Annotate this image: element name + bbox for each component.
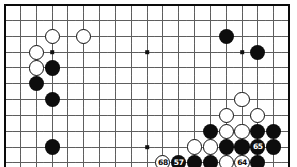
intersection-c7-r8 bbox=[92, 108, 108, 124]
white-stone bbox=[219, 108, 234, 123]
intersection-c9-r8 bbox=[123, 108, 139, 124]
black-stone bbox=[29, 76, 44, 91]
intersection-c9-r7 bbox=[123, 92, 139, 108]
go-board: 65685764 bbox=[0, 0, 296, 167]
intersection-c8-r10 bbox=[108, 139, 124, 155]
intersection-c12-r7 bbox=[171, 92, 187, 108]
white-stone: 68 bbox=[155, 155, 170, 167]
black-stone bbox=[250, 124, 265, 139]
intersection-c5-r6 bbox=[60, 76, 76, 92]
intersection-c4-r2 bbox=[44, 13, 60, 29]
move-number: 57 bbox=[174, 159, 184, 167]
intersection-c2-r11 bbox=[13, 155, 29, 167]
intersection-c16-r5 bbox=[234, 60, 250, 76]
intersection-c9-r3 bbox=[123, 28, 139, 44]
intersection-c14-r7 bbox=[202, 92, 218, 108]
intersection-c4-r11 bbox=[44, 155, 60, 167]
intersection-c18-r6 bbox=[266, 76, 282, 92]
intersection-c6-r3 bbox=[76, 28, 92, 44]
black-stone bbox=[266, 124, 281, 139]
intersection-c3-r6 bbox=[28, 76, 44, 92]
intersection-c18-r10 bbox=[266, 139, 282, 155]
intersection-c4-r3 bbox=[44, 28, 60, 44]
intersection-c12-r9 bbox=[171, 123, 187, 139]
intersection-c14-r3 bbox=[202, 28, 218, 44]
intersection-c15-r2 bbox=[218, 13, 234, 29]
intersection-c3-r7 bbox=[28, 92, 44, 108]
move-number: 64 bbox=[237, 159, 247, 167]
star-point bbox=[50, 50, 54, 54]
intersection-c11-r8 bbox=[155, 108, 171, 124]
intersection-c10-r7 bbox=[139, 92, 155, 108]
intersection-c6-r6 bbox=[76, 76, 92, 92]
intersection-c12-r5 bbox=[171, 60, 187, 76]
intersection-c12-r11: 57 bbox=[171, 155, 187, 167]
intersection-c18-r4 bbox=[266, 44, 282, 60]
intersection-c10-r4 bbox=[139, 44, 155, 60]
intersection-c4-r8 bbox=[44, 108, 60, 124]
intersection-c6-r5 bbox=[76, 60, 92, 76]
intersection-c14-r6 bbox=[202, 76, 218, 92]
black-stone bbox=[45, 139, 60, 154]
intersection-c8-r6 bbox=[108, 76, 124, 92]
intersection-c6-r9 bbox=[76, 123, 92, 139]
black-stone bbox=[219, 29, 234, 44]
white-stone bbox=[29, 45, 44, 60]
black-stone bbox=[45, 60, 60, 75]
intersection-c18-r3 bbox=[266, 28, 282, 44]
intersection-c10-r2 bbox=[139, 13, 155, 29]
black-stone bbox=[203, 124, 218, 139]
intersection-c9-r4 bbox=[123, 44, 139, 60]
intersection-c14-r9 bbox=[202, 123, 218, 139]
intersection-c10-r8 bbox=[139, 108, 155, 124]
white-stone bbox=[29, 60, 44, 75]
intersection-c7-r5 bbox=[92, 60, 108, 76]
intersection-c5-r8 bbox=[60, 108, 76, 124]
white-stone bbox=[76, 29, 91, 44]
intersection-c13-r3 bbox=[187, 28, 203, 44]
intersection-c9-r11 bbox=[123, 155, 139, 167]
intersection-c11-r2 bbox=[155, 13, 171, 29]
intersection-c8-r5 bbox=[108, 60, 124, 76]
intersection-c13-r8 bbox=[187, 108, 203, 124]
intersection-c14-r10 bbox=[202, 139, 218, 155]
intersection-c8-r8 bbox=[108, 108, 124, 124]
intersection-c12-r4 bbox=[171, 44, 187, 60]
intersection-c2-r3 bbox=[13, 28, 29, 44]
intersection-c3-r8 bbox=[28, 108, 44, 124]
intersection-c7-r6 bbox=[92, 76, 108, 92]
black-stone bbox=[45, 92, 60, 107]
intersection-c10-r3 bbox=[139, 28, 155, 44]
intersection-c15-r9 bbox=[218, 123, 234, 139]
black-stone bbox=[250, 155, 265, 167]
board-crop-mask-top bbox=[0, 0, 296, 4]
white-stone bbox=[45, 29, 60, 44]
intersection-c6-r2 bbox=[76, 13, 92, 29]
black-stone bbox=[187, 155, 202, 167]
intersection-c7-r11 bbox=[92, 155, 108, 167]
intersection-c4-r6 bbox=[44, 76, 60, 92]
intersection-c4-r5 bbox=[44, 60, 60, 76]
intersection-c7-r10 bbox=[92, 139, 108, 155]
intersection-c14-r5 bbox=[202, 60, 218, 76]
intersection-c17-r11 bbox=[250, 155, 266, 167]
star-point bbox=[240, 50, 244, 54]
intersection-c18-r8 bbox=[266, 108, 282, 124]
intersection-c15-r11 bbox=[218, 155, 234, 167]
intersection-c8-r11 bbox=[108, 155, 124, 167]
intersection-c8-r9 bbox=[108, 123, 124, 139]
white-stone bbox=[234, 92, 249, 107]
intersection-c5-r5 bbox=[60, 60, 76, 76]
intersection-c11-r10 bbox=[155, 139, 171, 155]
intersection-c15-r5 bbox=[218, 60, 234, 76]
intersection-c16-r3 bbox=[234, 28, 250, 44]
intersection-c18-r2 bbox=[266, 13, 282, 29]
intersection-c3-r3 bbox=[28, 28, 44, 44]
intersection-c5-r4 bbox=[60, 44, 76, 60]
intersection-c9-r5 bbox=[123, 60, 139, 76]
star-point bbox=[145, 145, 149, 149]
board-crop-mask-right bbox=[290, 0, 297, 167]
intersection-c17-r8 bbox=[250, 108, 266, 124]
intersection-c14-r4 bbox=[202, 44, 218, 60]
intersection-c10-r11 bbox=[139, 155, 155, 167]
intersection-c15-r8 bbox=[218, 108, 234, 124]
intersection-c10-r10 bbox=[139, 139, 155, 155]
intersection-c8-r4 bbox=[108, 44, 124, 60]
black-stone: 65 bbox=[250, 139, 265, 154]
intersection-c3-r9 bbox=[28, 123, 44, 139]
move-number: 65 bbox=[253, 143, 263, 151]
intersection-c17-r9 bbox=[250, 123, 266, 139]
intersection-c2-r8 bbox=[13, 108, 29, 124]
intersection-c18-r5 bbox=[266, 60, 282, 76]
intersection-c2-r10 bbox=[13, 139, 29, 155]
intersection-c14-r11 bbox=[202, 155, 218, 167]
black-stone bbox=[250, 45, 265, 60]
intersection-c2-r5 bbox=[13, 60, 29, 76]
intersection-c8-r2 bbox=[108, 13, 124, 29]
move-number: 68 bbox=[158, 159, 168, 167]
intersection-c12-r10 bbox=[171, 139, 187, 155]
intersection-c12-r2 bbox=[171, 13, 187, 29]
intersection-c17-r7 bbox=[250, 92, 266, 108]
black-stone bbox=[203, 155, 218, 167]
intersection-c7-r3 bbox=[92, 28, 108, 44]
white-stone bbox=[187, 139, 202, 154]
intersection-c3-r11 bbox=[28, 155, 44, 167]
intersection-c9-r10 bbox=[123, 139, 139, 155]
intersection-c5-r3 bbox=[60, 28, 76, 44]
intersection-c9-r6 bbox=[123, 76, 139, 92]
black-stone bbox=[219, 139, 234, 154]
intersection-c17-r5 bbox=[250, 60, 266, 76]
intersection-c4-r4 bbox=[44, 44, 60, 60]
intersection-c13-r9 bbox=[187, 123, 203, 139]
intersection-c3-r5 bbox=[28, 60, 44, 76]
intersection-c2-r2 bbox=[13, 13, 29, 29]
white-stone bbox=[203, 139, 218, 154]
intersection-c6-r7 bbox=[76, 92, 92, 108]
intersection-c6-r11 bbox=[76, 155, 92, 167]
star-point bbox=[145, 50, 149, 54]
go-board-grid: 65685764 bbox=[0, 0, 296, 167]
intersection-c17-r10: 65 bbox=[250, 139, 266, 155]
intersection-c15-r3 bbox=[218, 28, 234, 44]
intersection-c10-r6 bbox=[139, 76, 155, 92]
intersection-c6-r4 bbox=[76, 44, 92, 60]
white-stone bbox=[219, 124, 234, 139]
intersection-c12-r6 bbox=[171, 76, 187, 92]
intersection-c3-r2 bbox=[28, 13, 44, 29]
intersection-c15-r7 bbox=[218, 92, 234, 108]
white-stone bbox=[250, 108, 265, 123]
intersection-c9-r2 bbox=[123, 13, 139, 29]
intersection-c10-r5 bbox=[139, 60, 155, 76]
intersection-c6-r10 bbox=[76, 139, 92, 155]
board-crop-mask-left bbox=[0, 0, 4, 167]
intersection-c12-r3 bbox=[171, 28, 187, 44]
intersection-c2-r9 bbox=[13, 123, 29, 139]
intersection-c2-r6 bbox=[13, 76, 29, 92]
intersection-c14-r2 bbox=[202, 13, 218, 29]
intersection-c15-r6 bbox=[218, 76, 234, 92]
intersection-c16-r4 bbox=[234, 44, 250, 60]
intersection-c2-r7 bbox=[13, 92, 29, 108]
intersection-c13-r10 bbox=[187, 139, 203, 155]
intersection-c16-r7 bbox=[234, 92, 250, 108]
intersection-c18-r9 bbox=[266, 123, 282, 139]
intersection-c11-r6 bbox=[155, 76, 171, 92]
intersection-c4-r9 bbox=[44, 123, 60, 139]
intersection-c11-r4 bbox=[155, 44, 171, 60]
intersection-c7-r4 bbox=[92, 44, 108, 60]
intersection-c17-r3 bbox=[250, 28, 266, 44]
intersection-c13-r7 bbox=[187, 92, 203, 108]
intersection-c17-r6 bbox=[250, 76, 266, 92]
intersection-c10-r9 bbox=[139, 123, 155, 139]
intersection-c15-r10 bbox=[218, 139, 234, 155]
intersection-c11-r9 bbox=[155, 123, 171, 139]
intersection-c2-r4 bbox=[13, 44, 29, 60]
intersection-c4-r7 bbox=[44, 92, 60, 108]
intersection-c5-r10 bbox=[60, 139, 76, 155]
intersection-c9-r9 bbox=[123, 123, 139, 139]
intersection-c3-r4 bbox=[28, 44, 44, 60]
intersection-c13-r6 bbox=[187, 76, 203, 92]
intersection-c8-r7 bbox=[108, 92, 124, 108]
intersection-c15-r4 bbox=[218, 44, 234, 60]
intersection-c13-r11 bbox=[187, 155, 203, 167]
intersection-c17-r4 bbox=[250, 44, 266, 60]
intersection-c11-r7 bbox=[155, 92, 171, 108]
intersection-c12-r8 bbox=[171, 108, 187, 124]
intersection-c8-r3 bbox=[108, 28, 124, 44]
intersection-c16-r11: 64 bbox=[234, 155, 250, 167]
intersection-c16-r2 bbox=[234, 13, 250, 29]
intersection-c5-r11 bbox=[60, 155, 76, 167]
intersection-c16-r6 bbox=[234, 76, 250, 92]
intersection-c7-r2 bbox=[92, 13, 108, 29]
intersection-c5-r2 bbox=[60, 13, 76, 29]
white-stone: 64 bbox=[234, 155, 249, 167]
intersection-c16-r10 bbox=[234, 139, 250, 155]
intersection-c17-r2 bbox=[250, 13, 266, 29]
intersection-c18-r11 bbox=[266, 155, 282, 167]
intersection-c4-r10 bbox=[44, 139, 60, 155]
intersection-c13-r5 bbox=[187, 60, 203, 76]
intersection-c6-r8 bbox=[76, 108, 92, 124]
intersection-c14-r8 bbox=[202, 108, 218, 124]
intersection-c7-r7 bbox=[92, 92, 108, 108]
white-stone bbox=[219, 155, 234, 167]
white-stone bbox=[234, 124, 249, 139]
intersection-c7-r9 bbox=[92, 123, 108, 139]
intersection-c3-r10 bbox=[28, 139, 44, 155]
intersection-c16-r9 bbox=[234, 123, 250, 139]
intersection-c16-r8 bbox=[234, 108, 250, 124]
intersection-c11-r5 bbox=[155, 60, 171, 76]
black-stone: 57 bbox=[171, 155, 186, 167]
black-stone bbox=[234, 139, 249, 154]
intersection-c11-r11: 68 bbox=[155, 155, 171, 167]
intersection-c13-r4 bbox=[187, 44, 203, 60]
intersection-c11-r3 bbox=[155, 28, 171, 44]
intersection-c13-r2 bbox=[187, 13, 203, 29]
intersection-c18-r7 bbox=[266, 92, 282, 108]
intersection-c5-r9 bbox=[60, 123, 76, 139]
black-stone bbox=[266, 139, 281, 154]
intersection-c5-r7 bbox=[60, 92, 76, 108]
